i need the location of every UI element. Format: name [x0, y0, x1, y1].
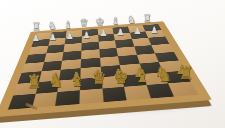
- piece-silver-pawn[interactable]: ♟: [149, 26, 160, 35]
- pieces-layer: ♜♞♝♛♚♝♞♜♟♟♟♟♟♟♟♟♟♟♟♟♟♟♟♟♜♞♝♛♚♝♞♜: [0, 0, 225, 128]
- piece-silver-rook[interactable]: ♜: [141, 14, 154, 25]
- piece-silver-queen[interactable]: ♛: [77, 18, 90, 29]
- piece-silver-knight[interactable]: ♞: [125, 15, 138, 26]
- piece-silver-bishop[interactable]: ♝: [62, 20, 75, 31]
- piece-silver-pawn[interactable]: ♟: [115, 28, 126, 37]
- piece-silver-bishop[interactable]: ♝: [109, 16, 122, 27]
- piece-silver-knight[interactable]: ♞: [46, 21, 59, 32]
- piece-silver-rook[interactable]: ♜: [30, 22, 43, 33]
- piece-silver-pawn[interactable]: ♟: [132, 27, 143, 36]
- piece-gold-queen[interactable]: ♛: [88, 70, 110, 88]
- piece-gold-rook[interactable]: ♜: [175, 65, 197, 83]
- piece-silver-pawn[interactable]: ♟: [64, 32, 75, 41]
- chess-set-photo: ♜♞♝♛♚♝♞♜♟♟♟♟♟♟♟♟♟♟♟♟♟♟♟♟♜♞♝♛♚♝♞♜: [0, 0, 225, 128]
- piece-silver-pawn[interactable]: ♟: [81, 31, 92, 40]
- piece-gold-rook[interactable]: ♜: [23, 74, 45, 92]
- piece-gold-king[interactable]: ♚: [110, 69, 132, 87]
- piece-silver-pawn[interactable]: ♟: [47, 33, 58, 42]
- piece-silver-pawn[interactable]: ♟: [30, 34, 41, 43]
- piece-gold-bishop[interactable]: ♝: [66, 72, 88, 90]
- piece-gold-knight[interactable]: ♞: [153, 67, 175, 85]
- piece-gold-bishop[interactable]: ♝: [132, 68, 154, 86]
- piece-gold-knight[interactable]: ♞: [45, 73, 67, 91]
- piece-silver-pawn[interactable]: ♟: [98, 29, 109, 38]
- piece-silver-king[interactable]: ♚: [93, 17, 106, 28]
